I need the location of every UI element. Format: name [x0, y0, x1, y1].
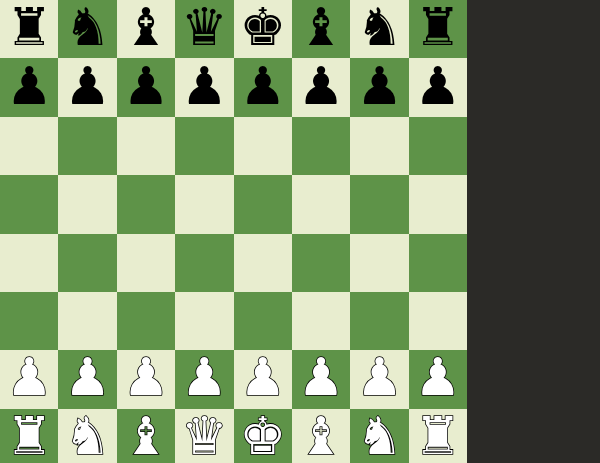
square-d3[interactable]: [175, 292, 233, 350]
piece-white-pawn[interactable]: ♟: [64, 351, 111, 403]
piece-white-bishop[interactable]: ♝: [123, 410, 170, 462]
square-f8[interactable]: ♝: [292, 0, 350, 58]
square-f6[interactable]: [292, 117, 350, 175]
square-h3[interactable]: [409, 292, 467, 350]
square-b1[interactable]: ♞: [58, 409, 116, 463]
square-a1[interactable]: ♜: [0, 409, 58, 463]
square-f4[interactable]: [292, 234, 350, 292]
square-c3[interactable]: [117, 292, 175, 350]
square-b5[interactable]: [58, 175, 116, 233]
square-g6[interactable]: [350, 117, 408, 175]
piece-black-bishop[interactable]: ♝: [298, 1, 345, 53]
square-c8[interactable]: ♝: [117, 0, 175, 58]
square-b8[interactable]: ♞: [58, 0, 116, 58]
piece-black-pawn[interactable]: ♟: [298, 60, 345, 112]
piece-white-pawn[interactable]: ♟: [356, 351, 403, 403]
square-f7[interactable]: ♟: [292, 58, 350, 116]
square-b2[interactable]: ♟: [58, 350, 116, 408]
piece-black-pawn[interactable]: ♟: [356, 60, 403, 112]
square-d8[interactable]: ♛: [175, 0, 233, 58]
square-a5[interactable]: [0, 175, 58, 233]
square-h7[interactable]: ♟: [409, 58, 467, 116]
square-g7[interactable]: ♟: [350, 58, 408, 116]
square-b7[interactable]: ♟: [58, 58, 116, 116]
piece-white-king[interactable]: ♚: [239, 410, 286, 462]
square-e3[interactable]: [234, 292, 292, 350]
square-g1[interactable]: ♞: [350, 409, 408, 463]
piece-black-bishop[interactable]: ♝: [123, 1, 170, 53]
square-f1[interactable]: ♝: [292, 409, 350, 463]
piece-black-pawn[interactable]: ♟: [239, 60, 286, 112]
piece-white-bishop[interactable]: ♝: [298, 410, 345, 462]
square-e7[interactable]: ♟: [234, 58, 292, 116]
square-d2[interactable]: ♟: [175, 350, 233, 408]
side-panel: [467, 0, 600, 463]
square-g8[interactable]: ♞: [350, 0, 408, 58]
square-d6[interactable]: [175, 117, 233, 175]
square-h5[interactable]: [409, 175, 467, 233]
piece-black-rook[interactable]: ♜: [415, 1, 462, 53]
square-g4[interactable]: [350, 234, 408, 292]
square-e6[interactable]: [234, 117, 292, 175]
square-c2[interactable]: ♟: [117, 350, 175, 408]
square-d5[interactable]: [175, 175, 233, 233]
piece-white-pawn[interactable]: ♟: [123, 351, 170, 403]
square-h6[interactable]: [409, 117, 467, 175]
square-a3[interactable]: [0, 292, 58, 350]
piece-black-knight[interactable]: ♞: [64, 1, 111, 53]
square-e5[interactable]: [234, 175, 292, 233]
piece-black-queen[interactable]: ♛: [181, 1, 228, 53]
square-g5[interactable]: [350, 175, 408, 233]
square-h4[interactable]: [409, 234, 467, 292]
square-d7[interactable]: ♟: [175, 58, 233, 116]
square-e4[interactable]: [234, 234, 292, 292]
piece-white-pawn[interactable]: ♟: [239, 351, 286, 403]
square-h1[interactable]: ♜: [409, 409, 467, 463]
square-c1[interactable]: ♝: [117, 409, 175, 463]
square-a8[interactable]: ♜: [0, 0, 58, 58]
square-f5[interactable]: [292, 175, 350, 233]
square-h2[interactable]: ♟: [409, 350, 467, 408]
piece-white-rook[interactable]: ♜: [415, 410, 462, 462]
square-c6[interactable]: [117, 117, 175, 175]
piece-white-rook[interactable]: ♜: [6, 410, 53, 462]
square-b3[interactable]: [58, 292, 116, 350]
piece-white-pawn[interactable]: ♟: [181, 351, 228, 403]
square-a2[interactable]: ♟: [0, 350, 58, 408]
piece-white-knight[interactable]: ♞: [64, 410, 111, 462]
piece-black-pawn[interactable]: ♟: [181, 60, 228, 112]
piece-white-knight[interactable]: ♞: [356, 410, 403, 462]
square-a7[interactable]: ♟: [0, 58, 58, 116]
square-f2[interactable]: ♟: [292, 350, 350, 408]
square-c5[interactable]: [117, 175, 175, 233]
square-h8[interactable]: ♜: [409, 0, 467, 58]
piece-white-pawn[interactable]: ♟: [298, 351, 345, 403]
piece-black-pawn[interactable]: ♟: [64, 60, 111, 112]
square-b4[interactable]: [58, 234, 116, 292]
piece-white-queen[interactable]: ♛: [181, 410, 228, 462]
piece-black-rook[interactable]: ♜: [6, 1, 53, 53]
square-e1[interactable]: ♚: [234, 409, 292, 463]
square-c7[interactable]: ♟: [117, 58, 175, 116]
square-a6[interactable]: [0, 117, 58, 175]
square-e8[interactable]: ♚: [234, 0, 292, 58]
square-d1[interactable]: ♛: [175, 409, 233, 463]
piece-black-king[interactable]: ♚: [239, 1, 286, 53]
chess-board[interactable]: ♜♞♝♛♚♝♞♜♟♟♟♟♟♟♟♟♟♟♟♟♟♟♟♟♜♞♝♛♚♝♞♜: [0, 0, 467, 463]
piece-white-pawn[interactable]: ♟: [6, 351, 53, 403]
square-f3[interactable]: [292, 292, 350, 350]
piece-black-pawn[interactable]: ♟: [415, 60, 462, 112]
piece-black-knight[interactable]: ♞: [356, 1, 403, 53]
piece-black-pawn[interactable]: ♟: [6, 60, 53, 112]
piece-white-pawn[interactable]: ♟: [415, 351, 462, 403]
square-c4[interactable]: [117, 234, 175, 292]
square-g3[interactable]: [350, 292, 408, 350]
square-a4[interactable]: [0, 234, 58, 292]
piece-black-pawn[interactable]: ♟: [123, 60, 170, 112]
square-g2[interactable]: ♟: [350, 350, 408, 408]
square-b6[interactable]: [58, 117, 116, 175]
square-d4[interactable]: [175, 234, 233, 292]
square-e2[interactable]: ♟: [234, 350, 292, 408]
